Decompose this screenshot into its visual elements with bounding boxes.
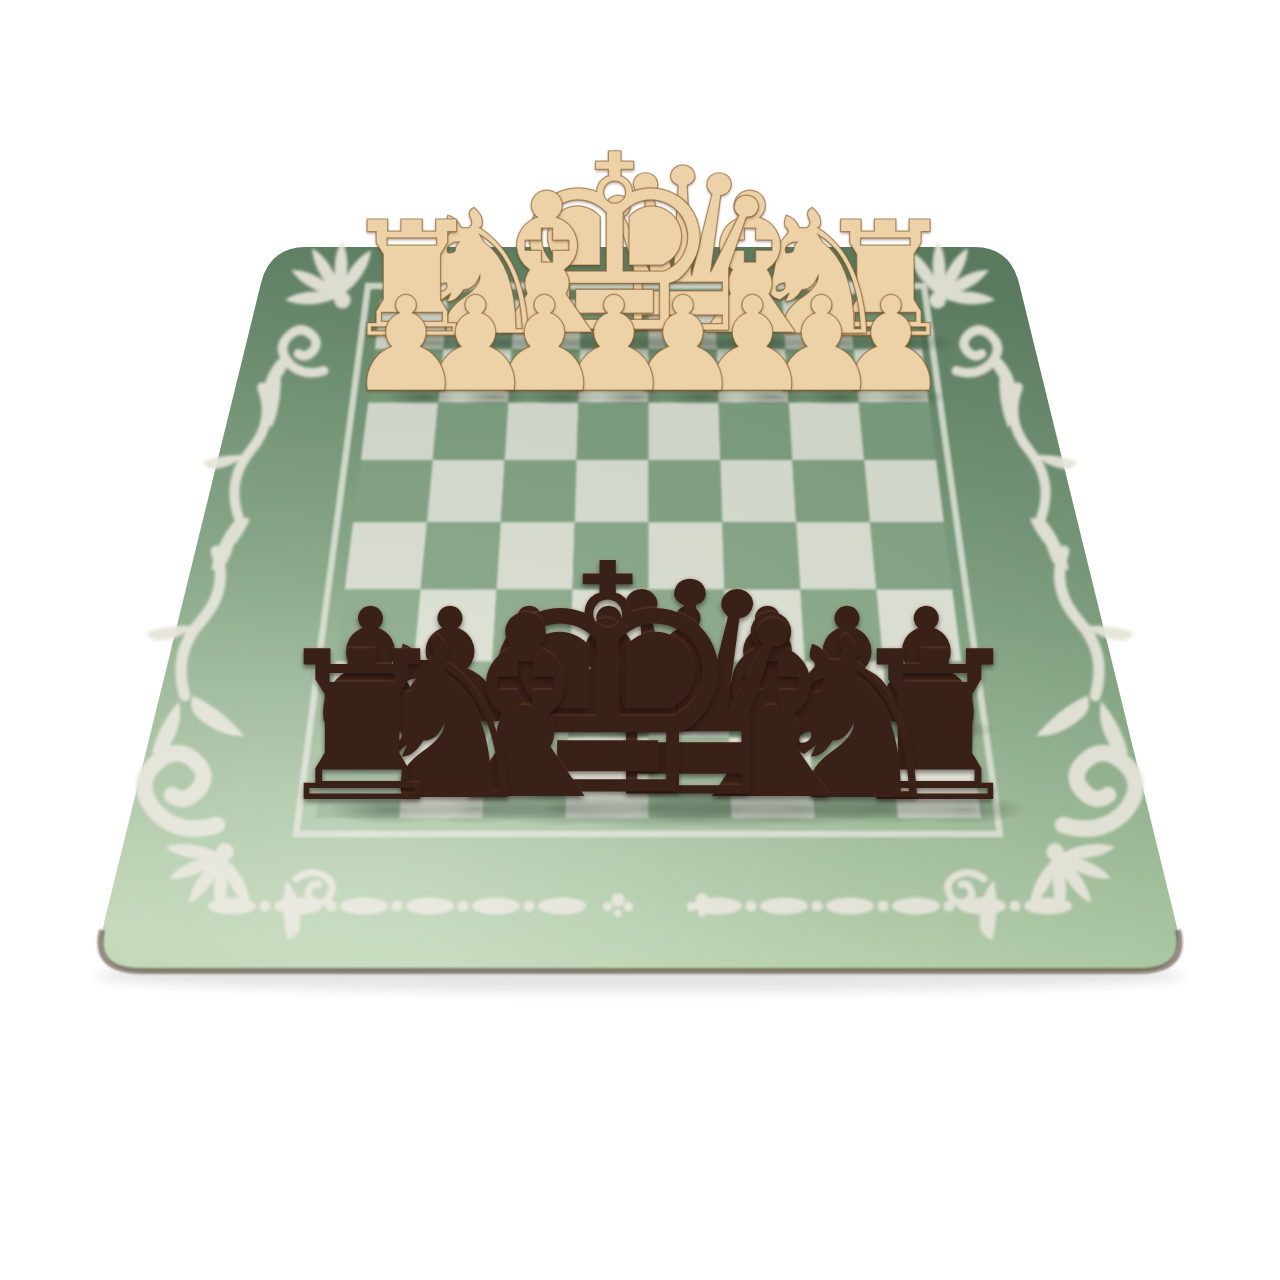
piece-white-pawn-h2[interactable]: ♟ — [347, 279, 464, 410]
scene: ♜♞♝♛♚♝♞♜♟♟♟♟♟♟♟♟♟♟♟♟♟♟♟♟♜♞♝♛♚♝♞♜ — [0, 0, 1280, 1280]
piece-black-rook-h8[interactable]: ♜ — [269, 623, 455, 830]
